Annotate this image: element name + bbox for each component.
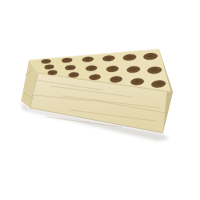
brick-photo xyxy=(0,0,200,200)
brick-scene-svg xyxy=(0,0,200,200)
